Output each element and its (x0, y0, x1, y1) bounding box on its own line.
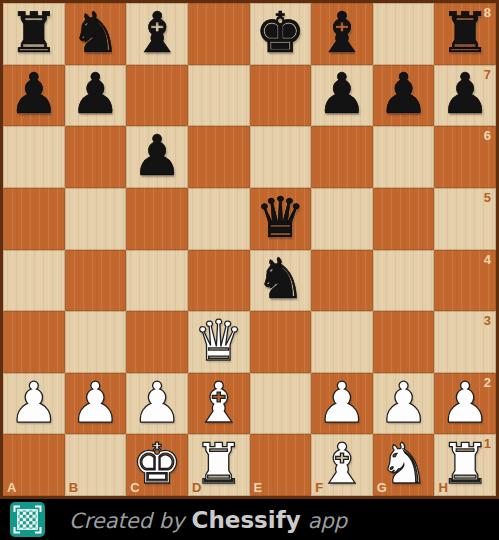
file-label-h: H (438, 480, 447, 495)
square-f1[interactable]: ♝F (311, 434, 373, 496)
square-a4[interactable] (3, 250, 65, 312)
square-h4[interactable]: 4 (434, 250, 496, 312)
square-h8[interactable]: ♜8 (434, 3, 496, 65)
black-pawn-b7: ♟ (70, 66, 120, 122)
square-d7[interactable] (188, 65, 250, 127)
square-a5[interactable] (3, 188, 65, 250)
square-g5[interactable] (373, 188, 435, 250)
square-c4[interactable] (126, 250, 188, 312)
square-e4[interactable]: ♞ (250, 250, 312, 312)
square-f5[interactable] (311, 188, 373, 250)
square-e3[interactable] (250, 311, 312, 373)
black-bishop-c8: ♝ (132, 5, 182, 61)
footer-credit-bar: Created by Chessify app (0, 499, 499, 540)
square-d8[interactable] (188, 3, 250, 65)
file-label-g: G (377, 480, 387, 495)
square-d3[interactable]: ♛ (188, 311, 250, 373)
square-h1[interactable]: ♜1H (434, 434, 496, 496)
square-a8[interactable]: ♜ (3, 3, 65, 65)
square-f8[interactable]: ♝ (311, 3, 373, 65)
square-b5[interactable] (65, 188, 127, 250)
black-bishop-f8: ♝ (317, 5, 367, 61)
rank-label-4: 4 (484, 252, 491, 267)
black-rook-h8: ♜ (440, 5, 490, 61)
square-g7[interactable]: ♟ (373, 65, 435, 127)
square-g2[interactable]: ♟ (373, 373, 435, 435)
rank-label-6: 6 (484, 128, 491, 143)
square-c3[interactable] (126, 311, 188, 373)
file-label-a: A (7, 480, 16, 495)
square-f7[interactable]: ♟ (311, 65, 373, 127)
black-rook-a8: ♜ (9, 5, 59, 61)
white-pawn-a2: ♟ (9, 375, 59, 431)
square-a2[interactable]: ♟ (3, 373, 65, 435)
square-d2[interactable]: ♝ (188, 373, 250, 435)
square-c1[interactable]: ♚C (126, 434, 188, 496)
square-d6[interactable] (188, 126, 250, 188)
square-h6[interactable]: 6 (434, 126, 496, 188)
square-c5[interactable] (126, 188, 188, 250)
square-e5[interactable]: ♛ (250, 188, 312, 250)
white-queen-d3: ♛ (194, 313, 244, 369)
brand-name: Chessify (192, 507, 301, 533)
square-a7[interactable]: ♟ (3, 65, 65, 127)
chessify-logo-icon (10, 502, 45, 537)
white-pawn-g2: ♟ (378, 375, 428, 431)
square-c2[interactable]: ♟ (126, 373, 188, 435)
rank-label-2: 2 (484, 375, 491, 390)
square-b1[interactable]: B (65, 434, 127, 496)
square-e6[interactable] (250, 126, 312, 188)
file-label-c: C (130, 480, 139, 495)
square-b8[interactable]: ♞ (65, 3, 127, 65)
page: ♜♞♝♚♝♜8♟♟♟♟♟7♟6♛5♞4♛3♟♟♟♝♟♟♟2AB♚C♜DE♝F♞G… (0, 0, 499, 540)
square-h2[interactable]: ♟2 (434, 373, 496, 435)
square-h7[interactable]: ♟7 (434, 65, 496, 127)
created-by-text: Created by (69, 509, 185, 533)
square-g1[interactable]: ♞G (373, 434, 435, 496)
white-pawn-c2: ♟ (132, 375, 182, 431)
black-pawn-c6: ♟ (132, 128, 182, 184)
chess-board: ♜♞♝♚♝♜8♟♟♟♟♟7♟6♛5♞4♛3♟♟♟♝♟♟♟2AB♚C♜DE♝F♞G… (0, 0, 499, 499)
square-g4[interactable] (373, 250, 435, 312)
black-pawn-f7: ♟ (317, 66, 367, 122)
square-a1[interactable]: A (3, 434, 65, 496)
square-b6[interactable] (65, 126, 127, 188)
rank-label-5: 5 (484, 190, 491, 205)
square-d4[interactable] (188, 250, 250, 312)
app-text: app (308, 509, 348, 533)
square-f4[interactable] (311, 250, 373, 312)
square-g3[interactable] (373, 311, 435, 373)
square-f3[interactable] (311, 311, 373, 373)
square-e1[interactable]: E (250, 434, 312, 496)
square-d5[interactable] (188, 188, 250, 250)
white-pawn-f2: ♟ (317, 375, 367, 431)
square-g6[interactable] (373, 126, 435, 188)
square-b2[interactable]: ♟ (65, 373, 127, 435)
square-a6[interactable] (3, 126, 65, 188)
square-c8[interactable]: ♝ (126, 3, 188, 65)
black-pawn-a7: ♟ (9, 66, 59, 122)
square-g8[interactable] (373, 3, 435, 65)
rank-label-3: 3 (484, 313, 491, 328)
square-e7[interactable] (250, 65, 312, 127)
square-d1[interactable]: ♜D (188, 434, 250, 496)
black-queen-e5: ♛ (255, 190, 305, 246)
rank-label-8: 8 (484, 5, 491, 20)
black-knight-e4: ♞ (255, 251, 305, 307)
square-f6[interactable] (311, 126, 373, 188)
rank-label-7: 7 (484, 67, 491, 82)
file-label-e: E (254, 480, 263, 495)
black-knight-b8: ♞ (70, 5, 120, 61)
square-c7[interactable] (126, 65, 188, 127)
rank-label-1: 1 (484, 436, 491, 451)
white-pawn-b2: ♟ (70, 375, 120, 431)
square-c6[interactable]: ♟ (126, 126, 188, 188)
file-label-d: D (192, 480, 201, 495)
square-b7[interactable]: ♟ (65, 65, 127, 127)
black-pawn-h7: ♟ (440, 66, 490, 122)
square-b4[interactable] (65, 250, 127, 312)
square-a3[interactable] (3, 311, 65, 373)
file-label-f: F (315, 480, 323, 495)
white-pawn-h2: ♟ (440, 375, 490, 431)
square-h3[interactable]: 3 (434, 311, 496, 373)
black-pawn-g7: ♟ (378, 66, 428, 122)
square-b3[interactable] (65, 311, 127, 373)
white-bishop-f1: ♝ (317, 436, 367, 492)
square-e2[interactable] (250, 373, 312, 435)
black-king-e8: ♚ (255, 5, 305, 61)
square-h5[interactable]: 5 (434, 188, 496, 250)
credit-text: Created by Chessify app (69, 507, 347, 533)
file-label-b: B (69, 480, 78, 495)
square-f2[interactable]: ♟ (311, 373, 373, 435)
square-e8[interactable]: ♚ (250, 3, 312, 65)
white-bishop-d2: ♝ (194, 375, 244, 431)
